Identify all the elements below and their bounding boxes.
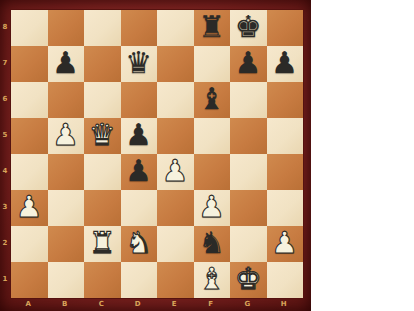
square-d4[interactable]: ♟ [121,154,158,190]
square-f7[interactable] [194,46,231,82]
square-f3[interactable]: ♟ [194,190,231,226]
square-e7[interactable] [157,46,194,82]
square-g7[interactable]: ♟ [230,46,267,82]
chess-board: 87654321 ♜♚♟♛♟♟♝♟♛♟♟♟♟♟♜♞♞♟♝♚ ABCDEFGH [0,0,311,311]
square-d2[interactable]: ♞ [121,226,158,262]
rank-label-7: 7 [0,45,10,81]
piece-white-king-icon[interactable]: ♚ [235,264,262,294]
square-a3[interactable]: ♟ [11,190,48,226]
square-b8[interactable] [48,10,85,46]
piece-white-queen-icon[interactable]: ♛ [89,120,116,150]
square-c3[interactable] [84,190,121,226]
square-h5[interactable] [267,118,304,154]
page: 87654321 ♜♚♟♛♟♟♝♟♛♟♟♟♟♟♜♞♞♟♝♚ ABCDEFGH [0,0,414,311]
piece-white-pawn-icon[interactable]: ♟ [16,192,43,222]
rank-labels: 87654321 [0,9,10,297]
piece-white-pawn-icon[interactable]: ♟ [52,120,79,150]
square-b1[interactable] [48,262,85,298]
square-h3[interactable] [267,190,304,226]
piece-black-pawn-icon[interactable]: ♟ [125,120,152,150]
square-c8[interactable] [84,10,121,46]
file-label-e: E [156,297,193,310]
file-label-a: A [10,297,47,310]
square-g8[interactable]: ♚ [230,10,267,46]
square-f2[interactable]: ♞ [194,226,231,262]
square-a4[interactable] [11,154,48,190]
square-b4[interactable] [48,154,85,190]
square-g4[interactable] [230,154,267,190]
square-b2[interactable] [48,226,85,262]
square-c6[interactable] [84,82,121,118]
piece-white-rook-icon[interactable]: ♜ [89,228,116,258]
square-h1[interactable] [267,262,304,298]
square-d3[interactable] [121,190,158,226]
square-a8[interactable] [11,10,48,46]
rank-label-5: 5 [0,117,10,153]
file-label-d: D [120,297,157,310]
file-label-c: C [83,297,120,310]
square-g3[interactable] [230,190,267,226]
square-c4[interactable] [84,154,121,190]
square-h8[interactable] [267,10,304,46]
square-b7[interactable]: ♟ [48,46,85,82]
piece-white-pawn-icon[interactable]: ♟ [198,192,225,222]
square-d8[interactable] [121,10,158,46]
square-a1[interactable] [11,262,48,298]
piece-white-pawn-icon[interactable]: ♟ [271,228,298,258]
square-h2[interactable]: ♟ [267,226,304,262]
file-label-g: G [229,297,266,310]
square-d5[interactable]: ♟ [121,118,158,154]
piece-black-knight-icon[interactable]: ♞ [198,228,225,258]
rank-label-8: 8 [0,9,10,45]
square-d1[interactable] [121,262,158,298]
piece-white-knight-icon[interactable]: ♞ [125,228,152,258]
piece-white-pawn-icon[interactable]: ♟ [162,156,189,186]
square-e3[interactable] [157,190,194,226]
square-e2[interactable] [157,226,194,262]
square-g5[interactable] [230,118,267,154]
piece-black-pawn-icon[interactable]: ♟ [52,48,79,78]
square-b6[interactable] [48,82,85,118]
rank-label-3: 3 [0,189,10,225]
piece-black-pawn-icon[interactable]: ♟ [271,48,298,78]
square-c2[interactable]: ♜ [84,226,121,262]
square-h4[interactable] [267,154,304,190]
piece-black-rook-icon[interactable]: ♜ [198,12,225,42]
square-e5[interactable] [157,118,194,154]
piece-black-king-icon[interactable]: ♚ [235,12,262,42]
square-a7[interactable] [11,46,48,82]
square-f4[interactable] [194,154,231,190]
square-h7[interactable]: ♟ [267,46,304,82]
square-f6[interactable]: ♝ [194,82,231,118]
square-b5[interactable]: ♟ [48,118,85,154]
rank-label-6: 6 [0,81,10,117]
board-grid: ♜♚♟♛♟♟♝♟♛♟♟♟♟♟♜♞♞♟♝♚ [10,9,304,299]
square-c5[interactable]: ♛ [84,118,121,154]
square-d7[interactable]: ♛ [121,46,158,82]
square-f8[interactable]: ♜ [194,10,231,46]
piece-black-bishop-icon[interactable]: ♝ [198,84,225,114]
square-d6[interactable] [121,82,158,118]
square-f1[interactable]: ♝ [194,262,231,298]
file-labels: ABCDEFGH [10,297,302,310]
square-e8[interactable] [157,10,194,46]
square-c7[interactable] [84,46,121,82]
square-b3[interactable] [48,190,85,226]
file-label-f: F [193,297,230,310]
square-f5[interactable] [194,118,231,154]
square-a5[interactable] [11,118,48,154]
square-g2[interactable] [230,226,267,262]
square-h6[interactable] [267,82,304,118]
square-a2[interactable] [11,226,48,262]
square-e4[interactable]: ♟ [157,154,194,190]
square-g1[interactable]: ♚ [230,262,267,298]
rank-label-2: 2 [0,225,10,261]
square-c1[interactable] [84,262,121,298]
rank-label-4: 4 [0,153,10,189]
piece-black-pawn-icon[interactable]: ♟ [125,156,152,186]
file-label-b: B [47,297,84,310]
square-a6[interactable] [11,82,48,118]
piece-black-pawn-icon[interactable]: ♟ [235,48,262,78]
file-label-h: H [266,297,303,310]
square-e6[interactable] [157,82,194,118]
piece-black-queen-icon[interactable]: ♛ [125,48,152,78]
square-g6[interactable] [230,82,267,118]
rank-label-1: 1 [0,261,10,297]
square-e1[interactable] [157,262,194,298]
piece-white-bishop-icon[interactable]: ♝ [198,264,225,294]
